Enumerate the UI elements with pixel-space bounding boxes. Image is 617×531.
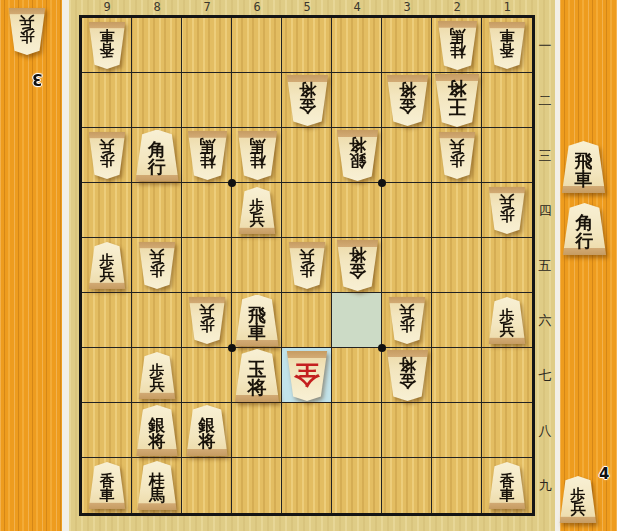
file-label-4: 4 (332, 0, 382, 15)
file-label-6: 6 (232, 0, 282, 15)
file-label-8: 8 (132, 0, 182, 15)
sente-pawn-87[interactable]: 歩 兵 (138, 352, 176, 399)
file-label-9: 9 (82, 0, 132, 15)
koma-text: 金 将 (299, 82, 316, 119)
koma-body: 銀 将 (336, 130, 379, 181)
cell-96[interactable] (82, 293, 132, 348)
koma-text: 桂 馬 (449, 28, 465, 63)
koma-text: 飛 車 (575, 147, 593, 186)
cell-41[interactable] (332, 18, 382, 73)
koma-text: 金 将 (399, 82, 416, 119)
sente-hand-stand (560, 0, 617, 531)
rank-label-9: 九 (536, 458, 554, 513)
koma-text: 銀 将 (349, 137, 366, 174)
koma-body: 歩 兵 (488, 187, 526, 234)
gote-gold-37[interactable]: 金 将 (386, 350, 429, 401)
koma-text: 銀 将 (199, 412, 216, 449)
sente-bishop-83[interactable]: 角 行 (135, 130, 180, 182)
koma-body: 桂 馬 (137, 461, 178, 510)
koma-text: 玉 将 (248, 355, 267, 396)
cell-97[interactable] (82, 348, 132, 403)
gote-pawn-76[interactable]: 歩 兵 (188, 297, 226, 344)
cell-75[interactable] (182, 238, 232, 293)
koma-text: 歩 兵 (100, 249, 115, 283)
cell-12[interactable] (482, 73, 532, 128)
rank-label-4: 四 (536, 183, 554, 238)
cell-71[interactable] (182, 18, 232, 73)
koma-text: 香 車 (500, 469, 515, 503)
cell-68[interactable] (232, 403, 282, 458)
cell-54[interactable] (282, 183, 332, 238)
koma-body: 全 (286, 351, 328, 401)
cell-74[interactable] (182, 183, 232, 238)
koma-body: 桂 馬 (187, 131, 228, 180)
koma-text: 銀 将 (149, 412, 166, 449)
koma-text: 角 行 (148, 136, 166, 175)
koma-text: 金 将 (399, 357, 416, 394)
cell-31[interactable] (382, 18, 432, 73)
koma-body: 歩 兵 (8, 8, 46, 55)
koma-body: 角 行 (135, 130, 180, 182)
koma-body: 香 車 (88, 462, 126, 509)
koma-text: 歩 兵 (500, 194, 515, 228)
cell-46-last-move-from[interactable] (332, 293, 382, 348)
gote-pawn-93[interactable]: 歩 兵 (88, 132, 126, 179)
koma-text: 香 車 (100, 29, 115, 63)
koma-body: 歩 兵 (138, 352, 176, 399)
rank-labels: 一二三四五六七八九 (536, 18, 554, 513)
koma-body: 角 行 (562, 203, 607, 255)
koma-text: 歩 兵 (500, 304, 515, 338)
cell-44[interactable] (332, 183, 382, 238)
cell-17[interactable] (482, 348, 532, 403)
cell-65[interactable] (232, 238, 282, 293)
gote-promoted-57[interactable]: 全 (286, 351, 328, 401)
sente-rook-in-hand[interactable]: 飛 車 (561, 141, 606, 193)
cell-53[interactable] (282, 128, 332, 183)
sente-knight-89[interactable]: 桂 馬 (137, 461, 178, 510)
sente-pawn-in-hand[interactable]: 歩 兵 (559, 476, 597, 523)
koma-body: 飛 車 (561, 141, 606, 193)
file-label-1: 1 (482, 0, 532, 15)
koma-text: 歩 兵 (571, 483, 586, 517)
koma-body: 飛 車 (235, 295, 280, 347)
right-stand-edge (555, 0, 560, 531)
cell-33[interactable] (382, 128, 432, 183)
shogi-board[interactable]: 香 車桂 馬香 車金 将金 将王 将歩 兵角 行桂 馬桂 馬銀 将歩 兵歩 兵歩… (79, 15, 535, 516)
gote-gold-32[interactable]: 金 将 (386, 75, 429, 126)
star-point (378, 179, 386, 187)
gote-king-22[interactable]: 王 将 (434, 74, 480, 127)
koma-text: 歩 兵 (20, 15, 35, 49)
file-label-5: 5 (282, 0, 332, 15)
cell-92[interactable] (82, 73, 132, 128)
cell-27[interactable] (432, 348, 482, 403)
koma-body: 歩 兵 (438, 132, 476, 179)
gote-hand-stand (0, 0, 62, 531)
gote-pawn-55[interactable]: 歩 兵 (288, 242, 326, 289)
cell-42[interactable] (332, 73, 382, 128)
rank-label-5: 五 (536, 238, 554, 293)
cell-69[interactable] (232, 458, 282, 513)
koma-body: 歩 兵 (488, 297, 526, 344)
koma-text: 全 (294, 362, 320, 389)
file-labels: 987654321 (82, 0, 532, 15)
sente-rook-66[interactable]: 飛 車 (235, 295, 280, 347)
koma-body: 金 将 (336, 240, 379, 291)
sente-pawn-16[interactable]: 歩 兵 (488, 297, 526, 344)
cell-51[interactable] (282, 18, 332, 73)
koma-text: 桂 馬 (149, 468, 165, 503)
file-label-7: 7 (182, 0, 232, 15)
gote-knight-73[interactable]: 桂 馬 (187, 131, 228, 180)
cell-24[interactable] (432, 183, 482, 238)
gote-lance-91[interactable]: 香 車 (88, 22, 126, 69)
file-label-2: 2 (432, 0, 482, 15)
koma-text: 香 車 (100, 469, 115, 503)
gote-gold-45[interactable]: 金 将 (336, 240, 379, 291)
koma-body: 銀 将 (186, 405, 229, 456)
gote-pawn-in-hand[interactable]: 歩 兵 (8, 8, 46, 55)
cell-82[interactable] (132, 73, 182, 128)
cell-79[interactable] (182, 458, 232, 513)
sente-hand-pawn-count: 4 (599, 465, 609, 483)
cell-29[interactable] (432, 458, 482, 513)
koma-text: 香 車 (500, 29, 515, 63)
koma-text: 歩 兵 (150, 249, 165, 283)
cell-49[interactable] (332, 458, 382, 513)
koma-text: 歩 兵 (400, 304, 415, 338)
gote-lance-11[interactable]: 香 車 (488, 22, 526, 69)
koma-body: 歩 兵 (188, 297, 226, 344)
cell-26[interactable] (432, 293, 482, 348)
rank-label-1: 一 (536, 18, 554, 73)
cell-84[interactable] (132, 183, 182, 238)
gote-pawn-36[interactable]: 歩 兵 (388, 297, 426, 344)
koma-body: 金 将 (386, 350, 429, 401)
koma-body: 歩 兵 (88, 132, 126, 179)
koma-body: 桂 馬 (437, 21, 478, 70)
rank-label-8: 八 (536, 403, 554, 458)
koma-text: 歩 兵 (300, 249, 315, 283)
gote-pawn-85[interactable]: 歩 兵 (138, 242, 176, 289)
cell-25[interactable] (432, 238, 482, 293)
koma-text: 飛 車 (248, 301, 266, 340)
koma-body: 王 将 (434, 74, 480, 127)
koma-body: 金 将 (286, 75, 329, 126)
cell-34[interactable] (382, 183, 432, 238)
rank-label-2: 二 (536, 73, 554, 128)
koma-text: 歩 兵 (450, 139, 465, 173)
koma-body: 歩 兵 (88, 242, 126, 289)
koma-body: 銀 将 (136, 405, 179, 456)
gote-knight-21[interactable]: 桂 馬 (437, 21, 478, 70)
cell-86[interactable] (132, 293, 182, 348)
cell-28[interactable] (432, 403, 482, 458)
cell-81[interactable] (132, 18, 182, 73)
koma-body: 歩 兵 (388, 297, 426, 344)
koma-body: 桂 馬 (237, 131, 278, 180)
koma-body: 金 将 (386, 75, 429, 126)
star-point (228, 179, 236, 187)
gote-hand-pawn-count: 3 (32, 70, 42, 88)
cell-61[interactable] (232, 18, 282, 73)
koma-body: 香 車 (488, 22, 526, 69)
cell-13[interactable] (482, 128, 532, 183)
cell-72[interactable] (182, 73, 232, 128)
left-stand-edge (62, 0, 69, 531)
cell-18[interactable] (482, 403, 532, 458)
cell-38[interactable] (382, 403, 432, 458)
koma-text: 歩 兵 (100, 139, 115, 173)
koma-body: 歩 兵 (559, 476, 597, 523)
cell-77[interactable] (182, 348, 232, 403)
cell-62[interactable] (232, 73, 282, 128)
koma-body: 玉 将 (234, 349, 280, 402)
gote-silver-43[interactable]: 銀 将 (336, 130, 379, 181)
sente-king-67[interactable]: 玉 将 (234, 349, 280, 402)
cell-35[interactable] (382, 238, 432, 293)
koma-text: 金 将 (349, 247, 366, 284)
rank-label-3: 三 (536, 128, 554, 183)
cell-98[interactable] (82, 403, 132, 458)
koma-body: 香 車 (88, 22, 126, 69)
gote-pawn-14[interactable]: 歩 兵 (488, 187, 526, 234)
koma-text: 歩 兵 (250, 194, 265, 228)
koma-text: 桂 馬 (199, 138, 215, 173)
cell-48[interactable] (332, 403, 382, 458)
koma-text: 歩 兵 (150, 359, 165, 393)
sente-lance-19[interactable]: 香 車 (488, 462, 526, 509)
koma-body: 香 車 (488, 462, 526, 509)
cell-59[interactable] (282, 458, 332, 513)
cell-56[interactable] (282, 293, 332, 348)
koma-text: 角 行 (576, 209, 594, 248)
cell-94[interactable] (82, 183, 132, 238)
cell-47[interactable] (332, 348, 382, 403)
cell-15[interactable] (482, 238, 532, 293)
sente-lance-99[interactable]: 香 車 (88, 462, 126, 509)
koma-text: 歩 兵 (200, 304, 215, 338)
rank-label-6: 六 (536, 293, 554, 348)
shogi-app: 987654321 一二三四五六七八九 香 車桂 馬香 車金 将金 将王 将歩 … (0, 0, 617, 531)
gote-knight-63[interactable]: 桂 馬 (237, 131, 278, 180)
sente-pawn-95[interactable]: 歩 兵 (88, 242, 126, 289)
sente-pawn-64[interactable]: 歩 兵 (238, 187, 276, 234)
koma-text: 桂 馬 (249, 138, 265, 173)
koma-body: 歩 兵 (288, 242, 326, 289)
sente-silver-88[interactable]: 銀 将 (136, 405, 179, 456)
file-label-3: 3 (382, 0, 432, 15)
koma-text: 王 将 (448, 80, 467, 121)
cell-58[interactable] (282, 403, 332, 458)
koma-body: 歩 兵 (238, 187, 276, 234)
cell-39[interactable] (382, 458, 432, 513)
koma-body: 歩 兵 (138, 242, 176, 289)
sente-silver-78[interactable]: 銀 将 (186, 405, 229, 456)
sente-bishop-in-hand[interactable]: 角 行 (562, 203, 607, 255)
gote-gold-52[interactable]: 金 将 (286, 75, 329, 126)
gote-pawn-23[interactable]: 歩 兵 (438, 132, 476, 179)
rank-label-7: 七 (536, 348, 554, 403)
